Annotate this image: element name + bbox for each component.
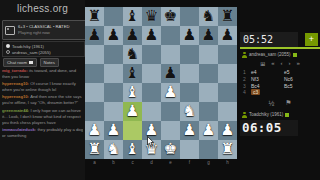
first-move-icon[interactable]: « (271, 60, 274, 66)
move-4-w[interactable]: c3 (251, 89, 284, 96)
player-list-black[interactable]: andreas_sam (2055) (6, 50, 84, 55)
chat-room-label: Chat room (7, 60, 27, 66)
piece-white-pawn[interactable]: ♟ (183, 121, 197, 140)
square-c5[interactable]: ♝ (123, 64, 142, 83)
square-a3[interactable] (85, 102, 104, 121)
square-c7[interactable]: ♟ (123, 26, 142, 45)
chat-message: greenmate44: I only hope we can achieve … (2, 108, 83, 126)
square-e3[interactable] (161, 102, 180, 121)
board-area: ♜♝♛♚♞♜♟♟♟♟♟♟♟♞♝♟♝♟♟♞♟♟♟♟♟♟♜♞♝♛♚♜ (85, 7, 237, 159)
square-g6[interactable] (199, 45, 218, 64)
square-d3[interactable] (142, 102, 161, 121)
square-f6[interactable] (180, 45, 199, 64)
square-d1[interactable]: ♛ (142, 140, 161, 159)
square-c6[interactable]: ♞ (123, 45, 142, 64)
game-status-line: Playing right now (18, 30, 69, 36)
square-c8[interactable]: ♝ (123, 7, 142, 26)
last-move-icon[interactable]: » (297, 60, 300, 66)
move-row: 3Bc4Bc5 (240, 83, 320, 90)
move-number: 1 (240, 69, 251, 76)
chat-message: mig_torrado: its toward, and done, and t… (2, 68, 83, 80)
piece-black-knight[interactable]: ♞ (202, 7, 216, 26)
piece-black-bishop[interactable]: ♝ (126, 7, 140, 26)
square-d2[interactable]: ♟ (142, 121, 161, 140)
square-f7[interactable]: ♟ (180, 26, 199, 45)
lichess-logo[interactable]: lichess.org (0, 0, 85, 14)
square-g7[interactable]: ♟ (199, 26, 218, 45)
chat-message: hyperexag10: Of course I know exactly wh… (2, 81, 83, 93)
white-side-icon (6, 44, 10, 48)
move-1-w[interactable]: e4 (251, 69, 284, 76)
file-label-d: d (142, 159, 161, 166)
white-clock: 06:05 (240, 120, 298, 136)
piece-black-pawn[interactable]: ♟ (145, 26, 159, 45)
piece-white-pawn[interactable]: ♟ (221, 121, 235, 140)
square-h6[interactable] (218, 45, 237, 64)
online-user-icon (242, 112, 247, 118)
square-c3[interactable]: ♟ (123, 102, 142, 121)
file-label-h: h (218, 159, 237, 166)
piece-black-rook[interactable]: ♜ (88, 7, 102, 26)
move-1-b[interactable]: e5 (284, 69, 318, 76)
file-label-b: b (104, 159, 123, 166)
piece-white-pawn[interactable]: ♟ (202, 121, 216, 140)
piece-black-rook[interactable]: ♜ (221, 7, 235, 26)
white-player-name: Toadchiky (1961) (249, 112, 283, 117)
board-icon[interactable]: ⊞ (260, 60, 265, 67)
square-a6[interactable] (85, 45, 104, 64)
chat-username[interactable]: mig_torrado: (2, 68, 29, 73)
move-number: 2 (240, 76, 251, 83)
piece-white-pawn[interactable]: ♟ (145, 121, 159, 140)
square-b4[interactable] (104, 83, 123, 102)
move-row: 2Nf3Nc6 (240, 76, 320, 83)
square-b6[interactable] (104, 45, 123, 64)
white-player-row[interactable]: Toadchiky (1961) (240, 110, 320, 119)
square-h2[interactable]: ♟ (218, 121, 237, 140)
piece-white-pawn[interactable]: ♟ (126, 102, 140, 121)
square-b7[interactable]: ♟ (104, 26, 123, 45)
chess-board[interactable]: ♜♝♛♚♞♜♟♟♟♟♟♟♟♞♝♟♝♟♟♞♟♟♟♟♟♟♜♞♝♛♚♜ (85, 7, 237, 159)
square-c2[interactable] (123, 121, 142, 140)
move-nav-bar: ⊞«‹›» (240, 59, 320, 67)
file-label-c: c (123, 159, 142, 166)
chat-tabs: Chat room Notes (3, 58, 59, 67)
square-e4[interactable]: ♟ (161, 83, 180, 102)
move-row: 1e4e5 (240, 69, 320, 76)
tab-chat-room[interactable]: Chat room (3, 58, 37, 67)
square-h7[interactable]: ♟ (218, 26, 237, 45)
square-d7[interactable]: ♟ (142, 26, 161, 45)
square-h4[interactable] (218, 83, 237, 102)
move-2-w[interactable]: Nf3 (251, 76, 284, 83)
square-g2[interactable]: ♟ (199, 121, 218, 140)
square-f8[interactable] (180, 7, 199, 26)
black-player-flair-icon (293, 53, 297, 57)
give-time-button[interactable]: + (305, 33, 318, 46)
black-side-icon (6, 50, 10, 54)
notes-label: Notes (44, 60, 55, 66)
chat-username[interactable]: immaculateduck: (2, 127, 37, 132)
piece-white-rook[interactable]: ♜ (221, 140, 235, 159)
piece-black-pawn[interactable]: ♟ (221, 26, 235, 45)
square-e8[interactable]: ♚ (161, 7, 180, 26)
square-g3[interactable] (199, 102, 218, 121)
piece-black-pawn[interactable]: ♟ (88, 26, 102, 45)
square-d8[interactable]: ♛ (142, 7, 161, 26)
right-sidebar: 05:52 + andreas_sam (2055) ⊞«‹›» 1e4e52N… (240, 0, 320, 180)
square-f5[interactable] (180, 64, 199, 83)
game-meta-box[interactable]: 6+3 • CLASSICAL • RATED Playing right no… (2, 20, 86, 40)
piece-white-knight[interactable]: ♞ (107, 140, 121, 159)
piece-white-pawn[interactable]: ♟ (107, 121, 121, 140)
chat-message: immaculateduck: they probably play a dog… (2, 127, 83, 139)
piece-white-king[interactable]: ♚ (164, 140, 178, 159)
square-g5[interactable] (199, 64, 218, 83)
file-coordinates: abcdefgh (85, 159, 237, 166)
turn-indicator-bar (240, 47, 320, 49)
square-d5[interactable] (142, 64, 161, 83)
piece-black-king[interactable]: ♚ (164, 7, 178, 26)
square-b8[interactable] (104, 7, 123, 26)
black-player-label: andreas_sam (2055) (12, 50, 51, 55)
square-c4[interactable]: ♝ (123, 83, 142, 102)
piece-white-rook[interactable]: ♜ (88, 140, 102, 159)
square-g4[interactable] (199, 83, 218, 102)
piece-white-bishop[interactable]: ♝ (126, 140, 140, 159)
move-list: 1e4e52Nf3Nc63Bc4Bc54c3 (240, 69, 320, 96)
black-clock: 05:52 (240, 32, 298, 47)
chat-username[interactable]: greenmate44: (2, 108, 30, 113)
piece-white-pawn[interactable]: ♟ (164, 83, 178, 102)
square-b3[interactable] (104, 102, 123, 121)
file-label-a: a (85, 159, 104, 166)
offer-draw-button[interactable]: ½ (268, 100, 274, 107)
square-h8[interactable]: ♜ (218, 7, 237, 26)
square-f3[interactable]: ♞ (180, 102, 199, 121)
square-b2[interactable]: ♟ (104, 121, 123, 140)
white-player-label: Toadchiky (1961) (12, 44, 44, 49)
piece-white-bishop[interactable]: ♝ (126, 83, 140, 102)
piece-black-bishop[interactable]: ♝ (126, 64, 140, 83)
online-user-icon (242, 52, 247, 58)
square-a2[interactable]: ♟ (85, 121, 104, 140)
square-a1[interactable]: ♜ (85, 140, 104, 159)
chat-username[interactable]: hyperexag10: (2, 81, 30, 86)
move-number: 3 (240, 83, 251, 90)
piece-black-pawn[interactable]: ♟ (183, 26, 197, 45)
square-e6[interactable] (161, 45, 180, 64)
player-list-white[interactable]: Toadchiky (1961) (6, 44, 84, 49)
piece-white-queen[interactable]: ♛ (145, 140, 159, 159)
move-3-w[interactable]: Bc4 (251, 83, 284, 90)
chat-username[interactable]: hyperexag10: (2, 94, 30, 99)
square-h5[interactable] (218, 64, 237, 83)
square-g1[interactable] (199, 140, 218, 159)
move-2-b[interactable]: Nc6 (284, 76, 318, 83)
tv-icon (5, 26, 15, 35)
chat-message: hyperexag10: And then once the site says… (2, 94, 83, 106)
file-label-g: g (199, 159, 218, 166)
file-label-f: f (180, 159, 199, 166)
chat-messages[interactable]: mig_torrado: its toward, and done, and t… (2, 68, 83, 180)
square-a5[interactable] (85, 64, 104, 83)
piece-black-knight[interactable]: ♞ (126, 45, 140, 64)
white-player-flair-icon (285, 113, 289, 117)
square-e2[interactable] (161, 121, 180, 140)
move-4-b[interactable] (284, 89, 318, 96)
square-a8[interactable]: ♜ (85, 7, 104, 26)
piece-black-pawn[interactable]: ♟ (107, 26, 121, 45)
lichess-game-page: lichess.org 6+3 • CLASSICAL • RATED Play… (0, 0, 320, 180)
square-b5[interactable] (104, 64, 123, 83)
square-b1[interactable]: ♞ (104, 140, 123, 159)
piece-black-pawn[interactable]: ♟ (164, 64, 178, 83)
square-g8[interactable]: ♞ (199, 7, 218, 26)
piece-black-queen[interactable]: ♛ (145, 7, 159, 26)
chat-toggle-checkbox[interactable] (29, 61, 33, 65)
square-f1[interactable] (180, 140, 199, 159)
square-e5[interactable]: ♟ (161, 64, 180, 83)
move-3-b[interactable]: Bc5 (284, 83, 318, 90)
square-f4[interactable] (180, 83, 199, 102)
black-player-name: andreas_sam (2055) (249, 52, 291, 57)
square-a7[interactable]: ♟ (85, 26, 104, 45)
square-f2[interactable]: ♟ (180, 121, 199, 140)
black-player-row[interactable]: andreas_sam (2055) (240, 50, 320, 59)
square-d6[interactable] (142, 45, 161, 64)
square-h3[interactable] (218, 102, 237, 121)
next-move-icon[interactable]: › (289, 60, 291, 66)
square-c1[interactable]: ♝ (123, 140, 142, 159)
game-action-buttons: ½⚑ (240, 97, 320, 109)
square-e1[interactable]: ♚ (161, 140, 180, 159)
square-d4[interactable] (142, 83, 161, 102)
tab-notes[interactable]: Notes (40, 58, 59, 67)
square-e7[interactable] (161, 26, 180, 45)
prev-move-icon[interactable]: ‹ (281, 60, 283, 66)
square-a4[interactable] (85, 83, 104, 102)
square-h1[interactable]: ♜ (218, 140, 237, 159)
piece-white-knight[interactable]: ♞ (183, 102, 197, 121)
resign-flag-button[interactable]: ⚑ (285, 99, 291, 107)
piece-black-pawn[interactable]: ♟ (126, 26, 140, 45)
piece-white-pawn[interactable]: ♟ (88, 121, 102, 140)
move-row: 4c3 (240, 89, 320, 96)
move-number: 4 (240, 89, 251, 96)
file-label-e: e (161, 159, 180, 166)
left-sidebar: lichess.org 6+3 • CLASSICAL • RATED Play… (0, 0, 85, 180)
player-list-box: Toadchiky (1961) andreas_sam (2055) (2, 41, 85, 57)
piece-black-pawn[interactable]: ♟ (202, 26, 216, 45)
